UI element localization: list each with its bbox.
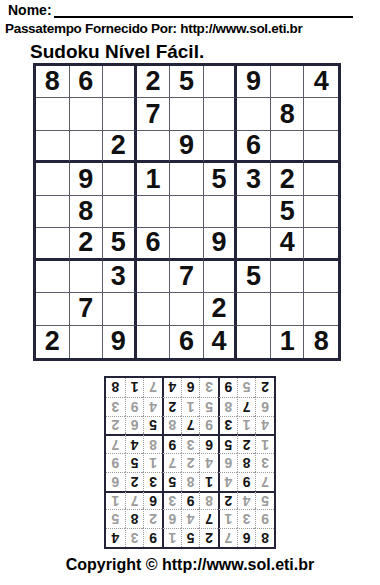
solution-cell-r5c5: 2: [181, 453, 200, 472]
puzzle-cell-r7c4: [137, 261, 171, 293]
puzzle-cell-r6c8: 4: [271, 228, 305, 260]
solution-cell-r5c4: 4: [199, 453, 218, 472]
puzzle-cell-r6c1: [36, 228, 70, 260]
puzzle-cell-r7c7: 5: [237, 261, 271, 293]
solution-cell-r9c1: 2: [255, 378, 274, 397]
puzzle-cell-r9c5: 6: [170, 326, 204, 358]
solution-cell-r4c9: 6: [106, 472, 125, 491]
copyright-text: Copyright © http://www.sol.eti.br: [0, 556, 380, 574]
puzzle-cell-r3c6: [204, 131, 238, 163]
puzzle-cell-r4c4: 1: [137, 163, 171, 195]
puzzle-cell-r8c2: 7: [70, 293, 104, 325]
solution-cell-r2c4: 7: [199, 509, 218, 528]
solution-cell-r7c6: 8: [162, 416, 181, 435]
solution-cell-r9c6: 4: [162, 378, 181, 397]
solution-cell-r4c7: 3: [143, 472, 162, 491]
solution-cell-r2c7: 2: [143, 509, 162, 528]
solution-cell-r6c1: 1: [255, 434, 274, 453]
puzzle-cell-r4c6: 5: [204, 163, 238, 195]
solution-cell-r3c6: 3: [162, 491, 181, 510]
solution-cell-r2c5: 4: [181, 509, 200, 528]
puzzle-cell-r6c6: 9: [204, 228, 238, 260]
solution-cell-r2c6: 6: [162, 509, 181, 528]
puzzle-cell-r6c5: [170, 228, 204, 260]
puzzle-grid: 8625947829691532852569437572296418: [33, 63, 341, 361]
puzzle-cell-r2c4: 7: [137, 98, 171, 130]
solution-cell-r1c9: 4: [106, 528, 125, 547]
solution-cell-r3c1: 5: [255, 491, 274, 510]
puzzle-cell-r6c9: [304, 228, 338, 260]
solution-cell-r6c4: 6: [199, 434, 218, 453]
name-row: Nome:: [8, 2, 353, 18]
solution-cell-r5c6: 7: [162, 453, 181, 472]
puzzle-cell-r7c5: 7: [170, 261, 204, 293]
puzzle-cell-r2c3: [103, 98, 137, 130]
solution-cell-r9c3: 9: [218, 378, 237, 397]
puzzle-cell-r5c6: [204, 196, 238, 228]
puzzle-cell-r1c7: 9: [237, 66, 271, 98]
puzzle-cell-r1c4: 2: [137, 66, 171, 98]
solution-cell-r6c9: 7: [106, 434, 125, 453]
solution-cell-r2c3: 1: [218, 509, 237, 528]
solution-cell-r9c5: 6: [181, 378, 200, 397]
puzzle-cell-r2c5: [170, 98, 204, 130]
solution-cell-r5c3: 6: [218, 453, 237, 472]
solution-cell-r4c1: 7: [255, 472, 274, 491]
puzzle-cell-r2c8: 8: [271, 98, 305, 130]
puzzle-cell-r1c9: 4: [304, 66, 338, 98]
solution-cell-r4c6: 5: [162, 472, 181, 491]
puzzle-cell-r5c2: 8: [70, 196, 104, 228]
puzzle-cell-r8c5: [170, 293, 204, 325]
puzzle-cell-r4c8: 2: [271, 163, 305, 195]
solution-cell-r6c3: 5: [218, 434, 237, 453]
solution-cell-r2c9: 5: [106, 509, 125, 528]
puzzle-cell-r6c3: 5: [103, 228, 137, 260]
solution-cell-r8c9: 3: [106, 397, 125, 416]
solution-cell-r1c1: 8: [255, 528, 274, 547]
solution-cell-r7c1: 4: [255, 416, 274, 435]
puzzle-cell-r5c1: [36, 196, 70, 228]
puzzle-cell-r2c2: [70, 98, 104, 130]
solution-cell-r7c2: 1: [237, 416, 256, 435]
puzzle-cell-r6c7: [237, 228, 271, 260]
solution-cell-r6c2: 2: [237, 434, 256, 453]
puzzle-cell-r9c2: [70, 326, 104, 358]
solution-cell-r3c5: 9: [181, 491, 200, 510]
solution-cell-r1c7: 9: [143, 528, 162, 547]
puzzle-cell-r7c9: [304, 261, 338, 293]
solution-cell-r6c8: 4: [125, 434, 144, 453]
puzzle-cell-r1c3: [103, 66, 137, 98]
solution-cell-r3c2: 4: [237, 491, 256, 510]
solution-cell-r4c8: 2: [125, 472, 144, 491]
puzzle-cell-r8c6: 2: [204, 293, 238, 325]
puzzle-cell-r5c5: [170, 196, 204, 228]
puzzle-cell-r9c8: 1: [271, 326, 305, 358]
puzzle-cell-r3c5: 9: [170, 131, 204, 163]
solution-cell-r1c2: 6: [237, 528, 256, 547]
puzzle-cell-r2c6: [204, 98, 238, 130]
solution-cell-r5c9: 9: [106, 453, 125, 472]
solution-grid: 8672519349317462855428936717941853263864…: [104, 376, 276, 549]
solution-cell-r5c2: 8: [237, 453, 256, 472]
solution-cell-r5c7: 1: [143, 453, 162, 472]
solution-cell-r6c6: 9: [162, 434, 181, 453]
name-underline: [54, 3, 353, 18]
puzzle-cell-r5c9: [304, 196, 338, 228]
solution-cell-r4c4: 1: [199, 472, 218, 491]
puzzle-cell-r8c4: [137, 293, 171, 325]
solution-cell-r8c5: 1: [181, 397, 200, 416]
puzzle-cell-r8c9: [304, 293, 338, 325]
puzzle-cell-r7c8: [271, 261, 305, 293]
puzzle-cell-r4c1: [36, 163, 70, 195]
solution-cell-r1c6: 1: [162, 528, 181, 547]
puzzle-cell-r1c6: [204, 66, 238, 98]
solution-cell-r3c3: 2: [218, 491, 237, 510]
puzzle-cell-r7c1: [36, 261, 70, 293]
puzzle-cell-r3c8: [271, 131, 305, 163]
puzzle-cell-r7c2: [70, 261, 104, 293]
solution-cell-r4c5: 8: [181, 472, 200, 491]
solution-cell-r6c5: 3: [181, 434, 200, 453]
solution-cell-r3c8: 7: [125, 491, 144, 510]
solution-cell-r1c5: 5: [181, 528, 200, 547]
puzzle-cell-r8c3: [103, 293, 137, 325]
provider-line: Passatempo Fornecido Por: http://www.sol…: [5, 21, 302, 36]
solution-cell-r8c1: 6: [255, 397, 274, 416]
puzzle-cell-r8c8: [271, 293, 305, 325]
solution-cell-r7c8: 6: [125, 416, 144, 435]
puzzle-cell-r1c2: 6: [70, 66, 104, 98]
puzzle-cell-r8c7: [237, 293, 271, 325]
puzzle-cell-r6c4: 6: [137, 228, 171, 260]
solution-cell-r8c6: 2: [162, 397, 181, 416]
puzzle-cell-r4c9: [304, 163, 338, 195]
puzzle-cell-r2c9: [304, 98, 338, 130]
puzzle-cell-r3c7: 6: [237, 131, 271, 163]
solution-cell-r8c8: 9: [125, 397, 144, 416]
puzzle-cell-r9c1: 2: [36, 326, 70, 358]
puzzle-cell-r9c9: 8: [304, 326, 338, 358]
solution-cell-r7c7: 5: [143, 416, 162, 435]
puzzle-cell-r3c4: [137, 131, 171, 163]
puzzle-cell-r7c6: [204, 261, 238, 293]
solution-cell-r7c5: 7: [181, 416, 200, 435]
solution-cell-r7c4: 9: [199, 416, 218, 435]
solution-cell-r1c3: 7: [218, 528, 237, 547]
puzzle-cell-r4c7: 3: [237, 163, 271, 195]
solution-cell-r9c2: 5: [237, 378, 256, 397]
solution-cell-r2c8: 8: [125, 509, 144, 528]
solution-cell-r6c7: 8: [143, 434, 162, 453]
puzzle-cell-r8c1: [36, 293, 70, 325]
puzzle-cell-r9c3: 9: [103, 326, 137, 358]
puzzle-cell-r4c2: 9: [70, 163, 104, 195]
solution-cell-r7c3: 3: [218, 416, 237, 435]
puzzle-cell-r5c8: 5: [271, 196, 305, 228]
name-label: Nome:: [8, 2, 52, 18]
puzzle-cell-r9c4: [137, 326, 171, 358]
solution-cell-r2c2: 3: [237, 509, 256, 528]
solution-cell-r3c9: 1: [106, 491, 125, 510]
puzzle-cell-r7c3: 3: [103, 261, 137, 293]
solution-cell-r8c4: 5: [199, 397, 218, 416]
solution-cell-r8c7: 4: [143, 397, 162, 416]
puzzle-cell-r5c7: [237, 196, 271, 228]
solution-cell-r4c3: 4: [218, 472, 237, 491]
puzzle-cell-r9c6: 4: [204, 326, 238, 358]
page: Nome: Passatempo Fornecido Por: http://w…: [0, 0, 380, 585]
solution-cell-r4c2: 9: [237, 472, 256, 491]
puzzle-cell-r4c3: [103, 163, 137, 195]
puzzle-cell-r3c1: [36, 131, 70, 163]
solution-cell-r1c8: 3: [125, 528, 144, 547]
solution-cell-r3c4: 8: [199, 491, 218, 510]
puzzle-cell-r5c4: [137, 196, 171, 228]
puzzle-cell-r3c3: 2: [103, 131, 137, 163]
puzzle-cell-r1c1: 8: [36, 66, 70, 98]
solution-cell-r8c2: 7: [237, 397, 256, 416]
solution-cell-r5c1: 3: [255, 453, 274, 472]
solution-cell-r2c1: 9: [255, 509, 274, 528]
puzzle-cell-r4c5: [170, 163, 204, 195]
solution-cell-r1c4: 2: [199, 528, 218, 547]
puzzle-cell-r2c7: [237, 98, 271, 130]
puzzle-cell-r2c1: [36, 98, 70, 130]
solution-cell-r3c7: 6: [143, 491, 162, 510]
puzzle-cell-r1c8: [271, 66, 305, 98]
puzzle-cell-r3c9: [304, 131, 338, 163]
solution-cell-r9c7: 7: [143, 378, 162, 397]
puzzle-cell-r6c2: 2: [70, 228, 104, 260]
puzzle-cell-r3c2: [70, 131, 104, 163]
solution-cell-r5c8: 5: [125, 453, 144, 472]
solution-cell-r9c9: 8: [106, 378, 125, 397]
solution-cell-r9c4: 3: [199, 378, 218, 397]
solution-cell-r8c3: 8: [218, 397, 237, 416]
puzzle-cell-r1c5: 5: [170, 66, 204, 98]
puzzle-cell-r5c3: [103, 196, 137, 228]
solution-cell-r7c9: 2: [106, 416, 125, 435]
solution-cell-r9c8: 1: [125, 378, 144, 397]
puzzle-cell-r9c7: [237, 326, 271, 358]
page-title: Sudoku Nível Fácil.: [30, 41, 204, 63]
